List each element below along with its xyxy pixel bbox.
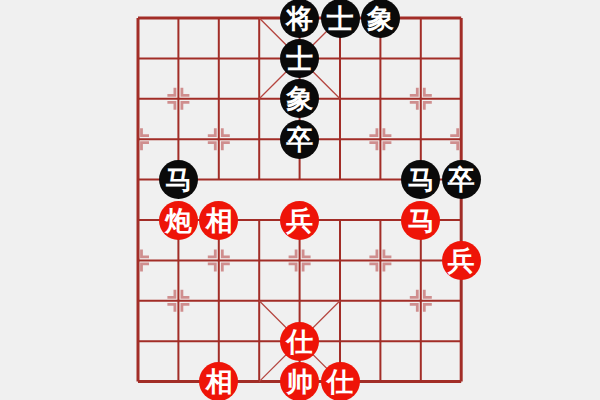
piece-red-soldier[interactable]: 兵 xyxy=(280,201,319,240)
board-point-g4[interactable] xyxy=(360,200,400,240)
piece-red-elephant[interactable]: 相 xyxy=(199,362,238,400)
board-point-c3[interactable] xyxy=(199,240,239,280)
board-point-g6[interactable] xyxy=(360,119,400,159)
piece-red-general[interactable]: 帅 xyxy=(280,362,319,400)
piece-black-elephant[interactable]: 象 xyxy=(280,79,319,118)
board-point-e9[interactable]: 将 xyxy=(280,0,320,38)
board-point-d5[interactable] xyxy=(239,160,279,200)
board-point-c5[interactable] xyxy=(199,160,239,200)
board-point-h1[interactable] xyxy=(401,321,441,361)
board-point-a6[interactable] xyxy=(118,119,158,159)
board-point-g1[interactable] xyxy=(360,321,400,361)
xiangqi-board: 将士象士象卒马马卒炮相兵马兵仕相帅仕 xyxy=(0,0,600,400)
board-point-e8[interactable]: 士 xyxy=(280,38,320,78)
board-point-i2[interactable] xyxy=(441,281,481,321)
board-point-f2[interactable] xyxy=(320,281,360,321)
board-point-h0[interactable] xyxy=(401,362,441,400)
board-point-d6[interactable] xyxy=(239,119,279,159)
board-point-h2[interactable] xyxy=(401,281,441,321)
board-point-i1[interactable] xyxy=(441,321,481,361)
board-point-c8[interactable] xyxy=(199,38,239,78)
board-point-i6[interactable] xyxy=(441,119,481,159)
board-point-h7[interactable] xyxy=(401,79,441,119)
board-point-e0[interactable]: 帅 xyxy=(280,362,320,400)
board-point-d9[interactable] xyxy=(239,0,279,38)
piece-black-advisor[interactable]: 士 xyxy=(280,39,319,78)
board-point-f7[interactable] xyxy=(320,79,360,119)
board-point-a5[interactable] xyxy=(118,160,158,200)
board-point-a7[interactable] xyxy=(118,79,158,119)
board-point-a8[interactable] xyxy=(118,38,158,78)
piece-red-horse[interactable]: 马 xyxy=(401,201,440,240)
board-point-b0[interactable] xyxy=(158,362,198,400)
piece-black-horse[interactable]: 马 xyxy=(159,160,198,199)
board-point-f9[interactable]: 士 xyxy=(320,0,360,38)
board-point-c2[interactable] xyxy=(199,281,239,321)
board-point-a0[interactable] xyxy=(118,362,158,400)
board-point-b7[interactable] xyxy=(158,79,198,119)
board-point-e7[interactable]: 象 xyxy=(280,79,320,119)
piece-black-soldier[interactable]: 卒 xyxy=(442,160,481,199)
board-point-d2[interactable] xyxy=(239,281,279,321)
board-point-b8[interactable] xyxy=(158,38,198,78)
board-point-h9[interactable] xyxy=(401,0,441,38)
board-point-e1[interactable]: 仕 xyxy=(280,321,320,361)
board-point-e3[interactable] xyxy=(280,240,320,280)
board-point-i8[interactable] xyxy=(441,38,481,78)
board-point-i0[interactable] xyxy=(441,362,481,400)
board-point-b3[interactable] xyxy=(158,240,198,280)
board-point-b6[interactable] xyxy=(158,119,198,159)
board-point-c6[interactable] xyxy=(199,119,239,159)
board-point-b1[interactable] xyxy=(158,321,198,361)
board-point-g0[interactable] xyxy=(360,362,400,400)
board-point-g9[interactable]: 象 xyxy=(360,0,400,38)
board-point-f5[interactable] xyxy=(320,160,360,200)
piece-black-advisor[interactable]: 士 xyxy=(321,0,360,38)
board-point-f4[interactable] xyxy=(320,200,360,240)
board-point-a2[interactable] xyxy=(118,281,158,321)
board-point-i7[interactable] xyxy=(441,79,481,119)
board-point-g5[interactable] xyxy=(360,160,400,200)
board-point-g3[interactable] xyxy=(360,240,400,280)
board-point-f8[interactable] xyxy=(320,38,360,78)
board-point-f6[interactable] xyxy=(320,119,360,159)
piece-black-horse[interactable]: 马 xyxy=(401,160,440,199)
board-point-h4[interactable]: 马 xyxy=(401,200,441,240)
piece-black-general[interactable]: 将 xyxy=(280,0,319,38)
board-point-i5[interactable]: 卒 xyxy=(441,160,481,200)
board-point-e2[interactable] xyxy=(280,281,320,321)
board-point-f3[interactable] xyxy=(320,240,360,280)
board-pieces-grid: 将士象士象卒马马卒炮相兵马兵仕相帅仕 xyxy=(118,0,482,400)
board-point-a3[interactable] xyxy=(118,240,158,280)
board-point-d8[interactable] xyxy=(239,38,279,78)
piece-red-elephant[interactable]: 相 xyxy=(199,201,238,240)
board-point-c1[interactable] xyxy=(199,321,239,361)
board-point-b5[interactable]: 马 xyxy=(158,160,198,200)
board-point-d0[interactable] xyxy=(239,362,279,400)
piece-red-advisor[interactable]: 仕 xyxy=(280,322,319,361)
board-point-f0[interactable]: 仕 xyxy=(320,362,360,400)
board-point-h3[interactable] xyxy=(401,240,441,280)
piece-red-advisor[interactable]: 仕 xyxy=(321,362,360,400)
board-point-i4[interactable] xyxy=(441,200,481,240)
board-point-d3[interactable] xyxy=(239,240,279,280)
board-point-f1[interactable] xyxy=(320,321,360,361)
board-point-h6[interactable] xyxy=(401,119,441,159)
board-point-g7[interactable] xyxy=(360,79,400,119)
piece-red-cannon[interactable]: 炮 xyxy=(159,201,198,240)
board-point-d1[interactable] xyxy=(239,321,279,361)
board-point-b4[interactable]: 炮 xyxy=(158,200,198,240)
board-point-c9[interactable] xyxy=(199,0,239,38)
board-point-g8[interactable] xyxy=(360,38,400,78)
board-point-e5[interactable] xyxy=(280,160,320,200)
board-point-a1[interactable] xyxy=(118,321,158,361)
board-point-a9[interactable] xyxy=(118,0,158,38)
board-point-g2[interactable] xyxy=(360,281,400,321)
board-point-a4[interactable] xyxy=(118,200,158,240)
board-point-d4[interactable] xyxy=(239,200,279,240)
board-point-b2[interactable] xyxy=(158,281,198,321)
board-point-h8[interactable] xyxy=(401,38,441,78)
piece-black-elephant[interactable]: 象 xyxy=(361,0,400,38)
board-point-c0[interactable]: 相 xyxy=(199,362,239,400)
board-point-c7[interactable] xyxy=(199,79,239,119)
board-point-e4[interactable]: 兵 xyxy=(280,200,320,240)
piece-red-soldier[interactable]: 兵 xyxy=(442,241,481,280)
board-point-b9[interactable] xyxy=(158,0,198,38)
board-point-c4[interactable]: 相 xyxy=(199,200,239,240)
board-point-i9[interactable] xyxy=(441,0,481,38)
board-point-e6[interactable]: 卒 xyxy=(280,119,320,159)
piece-black-soldier[interactable]: 卒 xyxy=(280,120,319,159)
board-point-i3[interactable]: 兵 xyxy=(441,240,481,280)
board-point-d7[interactable] xyxy=(239,79,279,119)
board-point-h5[interactable]: 马 xyxy=(401,160,441,200)
